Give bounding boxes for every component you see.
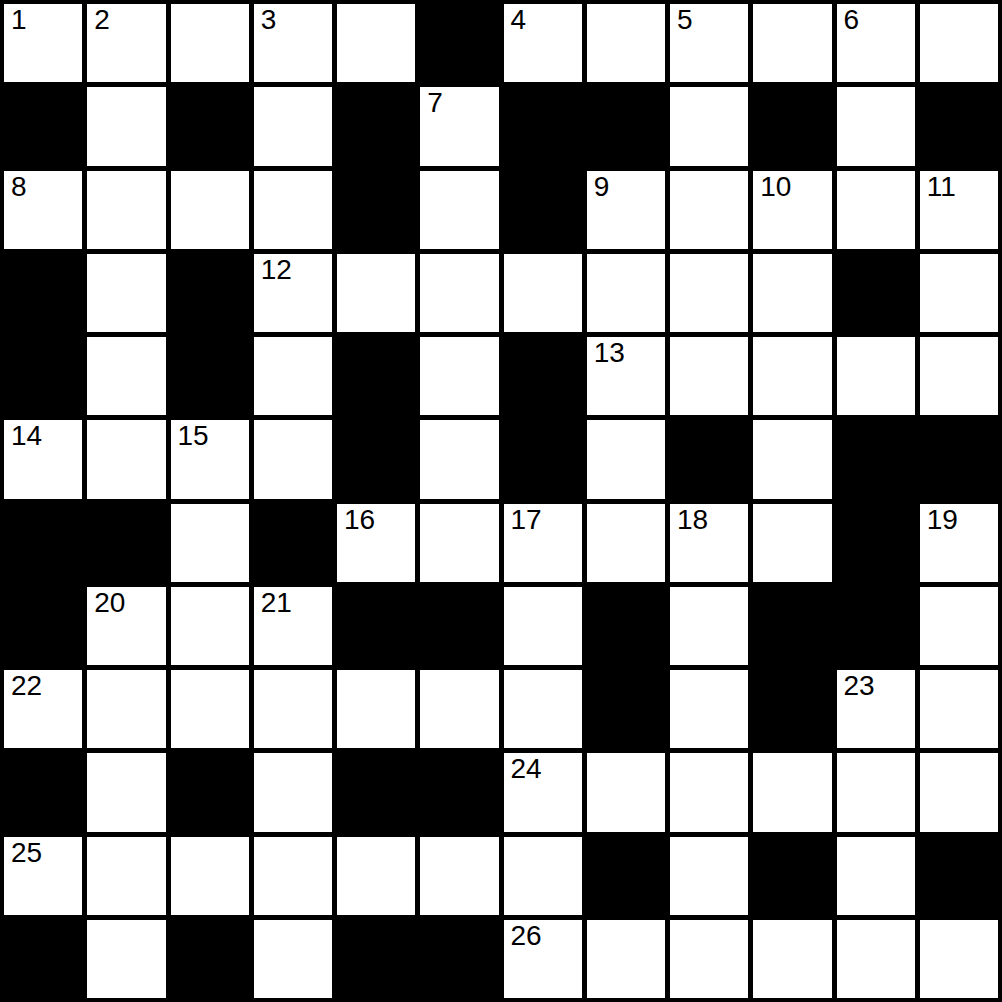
cell-r10c8[interactable] bbox=[670, 837, 748, 915]
clue-number: 7 bbox=[427, 88, 443, 117]
clue-number: 12 bbox=[261, 255, 292, 284]
cell-r0c8[interactable]: 5 bbox=[670, 4, 748, 82]
clue-number: 5 bbox=[677, 5, 693, 34]
block-r10c7 bbox=[587, 837, 665, 915]
block-r2c6 bbox=[504, 171, 582, 249]
cell-r9c3[interactable] bbox=[254, 753, 332, 831]
clue-number: 23 bbox=[844, 671, 875, 700]
cell-r4c9[interactable] bbox=[753, 337, 831, 415]
block-r7c10 bbox=[837, 587, 915, 665]
cell-r8c10[interactable]: 23 bbox=[837, 670, 915, 748]
cell-r6c11[interactable]: 19 bbox=[920, 504, 998, 582]
block-r4c0 bbox=[4, 337, 82, 415]
cell-r9c7[interactable] bbox=[587, 753, 665, 831]
cell-r1c3[interactable] bbox=[254, 87, 332, 165]
cell-r3c8[interactable] bbox=[670, 254, 748, 332]
cell-r9c1[interactable] bbox=[87, 753, 165, 831]
block-r7c4 bbox=[337, 587, 415, 665]
cell-r8c1[interactable] bbox=[87, 670, 165, 748]
cell-r4c7[interactable]: 13 bbox=[587, 337, 665, 415]
block-r4c4 bbox=[337, 337, 415, 415]
clue-number: 17 bbox=[511, 505, 542, 534]
cell-r6c8[interactable]: 18 bbox=[670, 504, 748, 582]
cell-r10c10[interactable] bbox=[837, 837, 915, 915]
block-r5c10 bbox=[837, 420, 915, 498]
clue-number: 18 bbox=[677, 505, 708, 534]
cell-r3c4[interactable] bbox=[337, 254, 415, 332]
cell-r6c2[interactable] bbox=[171, 504, 249, 582]
block-r4c6 bbox=[504, 337, 582, 415]
cell-r8c5[interactable] bbox=[420, 670, 498, 748]
cell-r0c6[interactable]: 4 bbox=[504, 4, 582, 82]
cell-r2c0[interactable]: 8 bbox=[4, 171, 82, 249]
block-r8c7 bbox=[587, 670, 665, 748]
cell-r2c5[interactable] bbox=[420, 171, 498, 249]
cell-r0c7[interactable] bbox=[587, 4, 665, 82]
cell-r2c9[interactable]: 10 bbox=[753, 171, 831, 249]
cell-r7c3[interactable]: 21 bbox=[254, 587, 332, 665]
cell-r11c10[interactable] bbox=[837, 920, 915, 998]
cell-r9c8[interactable] bbox=[670, 753, 748, 831]
block-r1c2 bbox=[171, 87, 249, 165]
cell-r2c2[interactable] bbox=[171, 171, 249, 249]
block-r11c0 bbox=[4, 920, 82, 998]
block-r11c5 bbox=[420, 920, 498, 998]
block-r3c10 bbox=[837, 254, 915, 332]
clue-number: 10 bbox=[760, 172, 791, 201]
block-r9c2 bbox=[171, 753, 249, 831]
cell-r7c2[interactable] bbox=[171, 587, 249, 665]
cell-r0c1[interactable]: 2 bbox=[87, 4, 165, 82]
clue-number: 21 bbox=[261, 588, 292, 617]
clue-number: 24 bbox=[511, 754, 542, 783]
block-r0c5 bbox=[420, 4, 498, 82]
clue-number: 14 bbox=[11, 421, 42, 450]
cell-r9c6[interactable]: 24 bbox=[504, 753, 582, 831]
clue-number: 8 bbox=[11, 172, 27, 201]
cell-r10c5[interactable] bbox=[420, 837, 498, 915]
block-r6c0 bbox=[4, 504, 82, 582]
block-r5c8 bbox=[670, 420, 748, 498]
cell-r8c4[interactable] bbox=[337, 670, 415, 748]
cell-r11c6[interactable]: 26 bbox=[504, 920, 582, 998]
cell-r4c1[interactable] bbox=[87, 337, 165, 415]
clue-number: 2 bbox=[94, 5, 110, 34]
cell-r0c0[interactable]: 1 bbox=[4, 4, 82, 82]
block-r11c2 bbox=[171, 920, 249, 998]
cell-r2c11[interactable]: 11 bbox=[920, 171, 998, 249]
clue-number: 13 bbox=[594, 338, 625, 367]
cell-r4c5[interactable] bbox=[420, 337, 498, 415]
block-r6c1 bbox=[87, 504, 165, 582]
cell-r0c3[interactable]: 3 bbox=[254, 4, 332, 82]
cell-r4c8[interactable] bbox=[670, 337, 748, 415]
cell-r11c7[interactable] bbox=[587, 920, 665, 998]
clue-number: 16 bbox=[344, 505, 375, 534]
block-r4c2 bbox=[171, 337, 249, 415]
cell-r10c6[interactable] bbox=[504, 837, 582, 915]
cell-r3c5[interactable] bbox=[420, 254, 498, 332]
cell-r0c9[interactable] bbox=[753, 4, 831, 82]
cell-r4c10[interactable] bbox=[837, 337, 915, 415]
block-r5c11 bbox=[920, 420, 998, 498]
cell-r8c8[interactable] bbox=[670, 670, 748, 748]
block-r1c0 bbox=[4, 87, 82, 165]
cell-r1c1[interactable] bbox=[87, 87, 165, 165]
cell-r8c0[interactable]: 22 bbox=[4, 670, 82, 748]
cell-r3c1[interactable] bbox=[87, 254, 165, 332]
block-r5c6 bbox=[504, 420, 582, 498]
cell-r7c8[interactable] bbox=[670, 587, 748, 665]
cell-r3c3[interactable]: 12 bbox=[254, 254, 332, 332]
cell-r6c6[interactable]: 17 bbox=[504, 504, 582, 582]
cell-r4c11[interactable] bbox=[920, 337, 998, 415]
block-r1c4 bbox=[337, 87, 415, 165]
clue-number: 6 bbox=[844, 5, 860, 34]
block-r9c0 bbox=[4, 753, 82, 831]
clue-number: 11 bbox=[927, 172, 956, 201]
cell-r10c3[interactable] bbox=[254, 837, 332, 915]
cell-r8c11[interactable] bbox=[920, 670, 998, 748]
block-r3c0 bbox=[4, 254, 82, 332]
cell-r11c1[interactable] bbox=[87, 920, 165, 998]
cell-r11c8[interactable] bbox=[670, 920, 748, 998]
cell-r9c10[interactable] bbox=[837, 753, 915, 831]
cell-r8c2[interactable] bbox=[171, 670, 249, 748]
cell-r5c0[interactable]: 14 bbox=[4, 420, 82, 498]
cell-r5c9[interactable] bbox=[753, 420, 831, 498]
cell-r7c6[interactable] bbox=[504, 587, 582, 665]
cell-r1c8[interactable] bbox=[670, 87, 748, 165]
block-r7c5 bbox=[420, 587, 498, 665]
cell-r5c1[interactable] bbox=[87, 420, 165, 498]
cell-r9c11[interactable] bbox=[920, 753, 998, 831]
cell-r5c3[interactable] bbox=[254, 420, 332, 498]
cell-r11c9[interactable] bbox=[753, 920, 831, 998]
clue-number: 9 bbox=[594, 172, 610, 201]
cell-r3c6[interactable] bbox=[504, 254, 582, 332]
block-r7c0 bbox=[4, 587, 82, 665]
clue-number: 20 bbox=[94, 588, 125, 617]
cell-r7c11[interactable] bbox=[920, 587, 998, 665]
cell-r6c5[interactable] bbox=[420, 504, 498, 582]
block-r6c10 bbox=[837, 504, 915, 582]
cell-r3c9[interactable] bbox=[753, 254, 831, 332]
block-r9c4 bbox=[337, 753, 415, 831]
cell-r2c1[interactable] bbox=[87, 171, 165, 249]
cell-r10c0[interactable]: 25 bbox=[4, 837, 82, 915]
cell-r3c7[interactable] bbox=[587, 254, 665, 332]
cell-r9c9[interactable] bbox=[753, 753, 831, 831]
cell-r2c3[interactable] bbox=[254, 171, 332, 249]
cell-r0c10[interactable]: 6 bbox=[837, 4, 915, 82]
cell-r10c4[interactable] bbox=[337, 837, 415, 915]
cell-r4c3[interactable] bbox=[254, 337, 332, 415]
clue-number: 22 bbox=[11, 671, 42, 700]
clue-number: 1 bbox=[11, 5, 27, 34]
clue-number: 19 bbox=[927, 505, 958, 534]
block-r2c4 bbox=[337, 171, 415, 249]
cell-r1c10[interactable] bbox=[837, 87, 915, 165]
block-r1c6 bbox=[504, 87, 582, 165]
clue-number: 15 bbox=[178, 421, 209, 450]
cell-r0c4[interactable] bbox=[337, 4, 415, 82]
cell-r5c5[interactable] bbox=[420, 420, 498, 498]
clue-number: 4 bbox=[511, 5, 527, 34]
clue-number: 25 bbox=[11, 838, 42, 867]
block-r1c7 bbox=[587, 87, 665, 165]
cell-r5c2[interactable]: 15 bbox=[171, 420, 249, 498]
cell-r1c5[interactable]: 7 bbox=[420, 87, 498, 165]
block-r9c5 bbox=[420, 753, 498, 831]
cell-r2c8[interactable] bbox=[670, 171, 748, 249]
cell-r6c9[interactable] bbox=[753, 504, 831, 582]
block-r5c4 bbox=[337, 420, 415, 498]
clue-number: 26 bbox=[511, 921, 542, 950]
cell-r3c11[interactable] bbox=[920, 254, 998, 332]
cell-r11c3[interactable] bbox=[254, 920, 332, 998]
block-r6c3 bbox=[254, 504, 332, 582]
block-r10c9 bbox=[753, 837, 831, 915]
cell-r10c2[interactable] bbox=[171, 837, 249, 915]
block-r3c2 bbox=[171, 254, 249, 332]
cell-r7c1[interactable]: 20 bbox=[87, 587, 165, 665]
block-r1c11 bbox=[920, 87, 998, 165]
block-r11c4 bbox=[337, 920, 415, 998]
block-r7c7 bbox=[587, 587, 665, 665]
block-r8c9 bbox=[753, 670, 831, 748]
cell-r6c4[interactable]: 16 bbox=[337, 504, 415, 582]
block-r10c11 bbox=[920, 837, 998, 915]
cell-r0c11[interactable] bbox=[920, 4, 998, 82]
cell-r6c7[interactable] bbox=[587, 504, 665, 582]
block-r1c9 bbox=[753, 87, 831, 165]
cell-r8c3[interactable] bbox=[254, 670, 332, 748]
crossword-grid: 1234567891011121314151617181920212223242… bbox=[0, 0, 1002, 1002]
cell-r0c2[interactable] bbox=[171, 4, 249, 82]
cell-r11c11[interactable] bbox=[920, 920, 998, 998]
cell-r2c7[interactable]: 9 bbox=[587, 171, 665, 249]
cell-r5c7[interactable] bbox=[587, 420, 665, 498]
cell-r8c6[interactable] bbox=[504, 670, 582, 748]
block-r7c9 bbox=[753, 587, 831, 665]
cell-r10c1[interactable] bbox=[87, 837, 165, 915]
clue-number: 3 bbox=[261, 5, 277, 34]
cell-r2c10[interactable] bbox=[837, 171, 915, 249]
